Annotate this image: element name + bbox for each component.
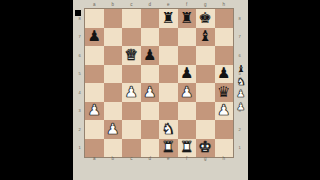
square-e7[interactable] — [159, 28, 178, 47]
square-g6[interactable] — [196, 46, 215, 65]
square-h6[interactable] — [215, 46, 234, 65]
square-e3[interactable] — [159, 102, 178, 121]
square-c5[interactable] — [122, 65, 141, 84]
white-rook[interactable]: ♜ — [180, 140, 193, 155]
square-e5[interactable] — [159, 65, 178, 84]
square-a5[interactable] — [85, 65, 104, 84]
square-f1[interactable]: ♜ — [178, 139, 197, 158]
file-label-g: g — [196, 2, 215, 8]
black-bishop[interactable]: ♝ — [199, 29, 212, 44]
rank-label-7: 7 — [236, 28, 243, 47]
white-pawn[interactable]: ♟ — [217, 103, 230, 118]
black-bishop-captured-icon: ♝ — [237, 63, 246, 76]
square-a6[interactable] — [85, 46, 104, 65]
square-e1[interactable]: ♜ — [159, 139, 178, 158]
white-pawn-captured-icon: ♟ — [237, 101, 246, 114]
square-f4[interactable]: ♟ — [178, 83, 197, 102]
square-b5[interactable] — [104, 65, 123, 84]
white-queen[interactable]: ♛ — [125, 48, 138, 63]
black-pawn[interactable]: ♟ — [88, 29, 101, 44]
square-d3[interactable] — [141, 102, 160, 121]
square-c8[interactable] — [122, 9, 141, 28]
square-e6[interactable] — [159, 46, 178, 65]
square-e2[interactable]: ♞ — [159, 120, 178, 139]
file-label-e: e — [159, 2, 178, 8]
square-c3[interactable] — [122, 102, 141, 121]
white-pawn-captured-icon: ♟ — [237, 88, 246, 101]
square-h4[interactable]: ♛ — [215, 83, 234, 102]
video-frame: { "game": "chess", "position": { "fen": … — [0, 0, 320, 180]
white-pawn[interactable]: ♟ — [106, 122, 119, 137]
black-pawn[interactable]: ♟ — [180, 66, 193, 81]
square-d6[interactable]: ♟ — [141, 46, 160, 65]
square-b1[interactable] — [104, 139, 123, 158]
square-f2[interactable] — [178, 120, 197, 139]
game-info: Sadvl I (2445) - Stockfish 14 (3540) 0-1… — [75, 160, 246, 180]
file-label-d: d — [141, 2, 160, 8]
black-rook[interactable]: ♜ — [180, 11, 193, 26]
square-e4[interactable] — [159, 83, 178, 102]
square-h3[interactable]: ♟ — [215, 102, 234, 121]
captured-material-tray: ♝♞♟♟ — [235, 63, 247, 113]
square-b7[interactable] — [104, 28, 123, 47]
black-king[interactable]: ♚ — [199, 11, 212, 26]
square-h2[interactable] — [215, 120, 234, 139]
square-g8[interactable]: ♚ — [196, 9, 215, 28]
rank-label-5: 5 — [76, 65, 83, 84]
black-pawn[interactable]: ♟ — [143, 48, 156, 63]
square-a3[interactable]: ♟ — [85, 102, 104, 121]
white-pawn[interactable]: ♟ — [88, 103, 101, 118]
rank-label-8: 8 — [236, 9, 243, 28]
white-pawn[interactable]: ♟ — [143, 85, 156, 100]
square-h8[interactable] — [215, 9, 234, 28]
square-a2[interactable] — [85, 120, 104, 139]
square-d8[interactable] — [141, 9, 160, 28]
file-label-c: c — [122, 2, 141, 8]
square-d2[interactable] — [141, 120, 160, 139]
viewer-panel: abcdefgh 87654321 87654321 ♜♜♚♟♝♛♟♟♟♟♟♟♛… — [73, 0, 248, 180]
square-h5[interactable]: ♟ — [215, 65, 234, 84]
square-b6[interactable] — [104, 46, 123, 65]
rank-label-1: 1 — [236, 139, 243, 158]
white-rook[interactable]: ♜ — [162, 140, 175, 155]
square-b2[interactable]: ♟ — [104, 120, 123, 139]
file-label-f: f — [178, 2, 197, 8]
square-f6[interactable] — [178, 46, 197, 65]
rank-label-4: 4 — [76, 83, 83, 102]
square-g3[interactable] — [196, 102, 215, 121]
square-a4[interactable] — [85, 83, 104, 102]
square-h1[interactable] — [215, 139, 234, 158]
square-d1[interactable] — [141, 139, 160, 158]
square-h7[interactable] — [215, 28, 234, 47]
white-pawn[interactable]: ♟ — [180, 85, 193, 100]
square-g7[interactable]: ♝ — [196, 28, 215, 47]
square-g2[interactable] — [196, 120, 215, 139]
square-b8[interactable] — [104, 9, 123, 28]
file-labels-top: abcdefgh — [85, 2, 233, 8]
file-label-b: b — [104, 2, 123, 8]
square-c6[interactable]: ♛ — [122, 46, 141, 65]
square-g4[interactable] — [196, 83, 215, 102]
square-f3[interactable] — [178, 102, 197, 121]
square-a1[interactable] — [85, 139, 104, 158]
white-king[interactable]: ♚ — [199, 140, 212, 155]
white-knight[interactable]: ♞ — [162, 122, 175, 137]
square-d7[interactable] — [141, 28, 160, 47]
square-f5[interactable]: ♟ — [178, 65, 197, 84]
square-f8[interactable]: ♜ — [178, 9, 197, 28]
rank-label-7: 7 — [76, 28, 83, 47]
square-d4[interactable]: ♟ — [141, 83, 160, 102]
rank-label-8: 8 — [76, 9, 83, 28]
black-pawn[interactable]: ♟ — [217, 66, 230, 81]
square-c2[interactable] — [122, 120, 141, 139]
file-label-a: a — [85, 2, 104, 8]
square-c1[interactable] — [122, 139, 141, 158]
square-b4[interactable] — [104, 83, 123, 102]
rank-label-2: 2 — [236, 120, 243, 139]
square-c7[interactable] — [122, 28, 141, 47]
square-d5[interactable] — [141, 65, 160, 84]
board: ♜♜♚♟♝♛♟♟♟♟♟♟♛♟♟♟♞♜♜♚ — [85, 9, 233, 157]
rank-label-1: 1 — [76, 139, 83, 158]
rank-label-6: 6 — [76, 46, 83, 65]
black-queen[interactable]: ♛ — [217, 85, 230, 100]
square-a8[interactable] — [85, 9, 104, 28]
square-g5[interactable] — [196, 65, 215, 84]
rank-label-2: 2 — [76, 120, 83, 139]
square-b3[interactable] — [104, 102, 123, 121]
white-pawn[interactable]: ♟ — [125, 85, 138, 100]
square-f7[interactable] — [178, 28, 197, 47]
square-e8[interactable]: ♜ — [159, 9, 178, 28]
black-rook[interactable]: ♜ — [162, 11, 175, 26]
white-knight-captured-icon: ♞ — [237, 76, 246, 89]
rank-label-6: 6 — [236, 46, 243, 65]
rank-labels-left: 87654321 — [76, 9, 83, 157]
rank-label-3: 3 — [76, 102, 83, 121]
square-g1[interactable]: ♚ — [196, 139, 215, 158]
file-label-h: h — [215, 2, 234, 8]
square-a7[interactable]: ♟ — [85, 28, 104, 47]
square-c4[interactable]: ♟ — [122, 83, 141, 102]
